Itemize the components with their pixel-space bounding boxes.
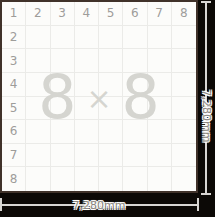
cell-r4c3 [51, 73, 75, 97]
cell-r6c8 [172, 120, 196, 144]
cell-r6c5 [99, 120, 123, 144]
cell-r8c4 [75, 167, 99, 191]
cell-r4c8 [172, 73, 196, 97]
cell-r8c6 [123, 167, 147, 191]
width-dimension-label: 7,280mm [0, 199, 198, 212]
cell-r7c3 [51, 144, 75, 168]
cell-r3c2 [26, 49, 50, 73]
cell-r6c2 [26, 120, 50, 144]
cell-r3c6 [123, 49, 147, 73]
cell-r4c1: 4 [2, 73, 26, 97]
height-dimension-label: 7,280mm [200, 90, 213, 143]
cell-r2c8 [172, 26, 196, 50]
cell-r2c2 [26, 26, 50, 50]
cell-r1c6: 6 [123, 2, 147, 26]
cell-r4c2 [26, 73, 50, 97]
cell-r8c1: 8 [2, 167, 26, 191]
cell-r7c6 [123, 144, 147, 168]
cell-r3c8 [172, 49, 196, 73]
cell-r6c7 [148, 120, 172, 144]
cell-r1c4: 4 [75, 2, 99, 26]
cell-r2c6 [123, 26, 147, 50]
cell-r5c4 [75, 97, 99, 121]
cell-r1c8: 8 [172, 2, 196, 26]
cell-r1c2: 2 [26, 2, 50, 26]
cell-r7c5 [99, 144, 123, 168]
cell-r1c5: 5 [99, 2, 123, 26]
cell-r6c1: 6 [2, 120, 26, 144]
board-panel: 123456782345678 8 × 8 [0, 0, 198, 193]
cell-r3c4 [75, 49, 99, 73]
cell-r3c3 [51, 49, 75, 73]
cell-r4c4 [75, 73, 99, 97]
cell-r3c1: 3 [2, 49, 26, 73]
cell-r5c6 [123, 97, 147, 121]
cell-r6c3 [51, 120, 75, 144]
cell-r5c2 [26, 97, 50, 121]
cell-r7c1: 7 [2, 144, 26, 168]
cell-r5c7 [148, 97, 172, 121]
cell-r8c8 [172, 167, 196, 191]
cell-r1c1: 1 [2, 2, 26, 26]
cell-r1c7: 7 [148, 2, 172, 26]
cell-r4c7 [148, 73, 172, 97]
cell-r1c3: 3 [51, 2, 75, 26]
cell-r7c2 [26, 144, 50, 168]
cell-r3c7 [148, 49, 172, 73]
cell-r2c7 [148, 26, 172, 50]
cell-r2c5 [99, 26, 123, 50]
cell-r2c1: 2 [2, 26, 26, 50]
cell-r4c6 [123, 73, 147, 97]
cell-r8c3 [51, 167, 75, 191]
cell-r5c3 [51, 97, 75, 121]
cell-r8c5 [99, 167, 123, 191]
cell-r5c1: 5 [2, 97, 26, 121]
cell-r2c3 [51, 26, 75, 50]
cell-r3c5 [99, 49, 123, 73]
cell-r8c2 [26, 167, 50, 191]
board-grid: 123456782345678 [2, 2, 196, 191]
cell-r4c5 [99, 73, 123, 97]
height-dimension-tick-bottom [201, 193, 211, 195]
cell-r5c5 [99, 97, 123, 121]
cell-r6c4 [75, 120, 99, 144]
height-dimension-tick-top [201, 1, 211, 3]
cell-r7c7 [148, 144, 172, 168]
cell-r5c8 [172, 97, 196, 121]
cell-r6c6 [123, 120, 147, 144]
cell-r7c4 [75, 144, 99, 168]
cell-r7c8 [172, 144, 196, 168]
cell-r8c7 [148, 167, 172, 191]
cell-r2c4 [75, 26, 99, 50]
